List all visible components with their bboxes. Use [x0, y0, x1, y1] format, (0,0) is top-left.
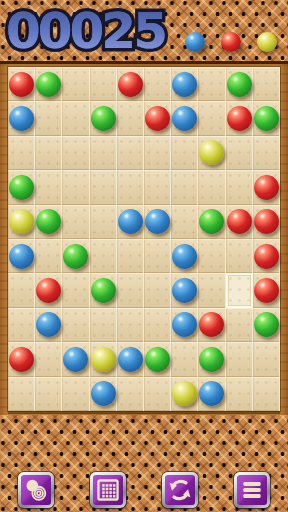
board-cell[interactable] [253, 342, 280, 376]
board-cell[interactable] [144, 101, 171, 135]
board-cell[interactable] [253, 136, 280, 170]
ball-red[interactable] [254, 278, 279, 303]
board-cell[interactable] [171, 273, 198, 307]
ball-red[interactable] [254, 244, 279, 269]
board-cell[interactable] [253, 170, 280, 204]
next-ball-red [221, 32, 241, 52]
board-cell[interactable] [144, 377, 171, 411]
board-cell[interactable] [226, 205, 253, 239]
board-cell[interactable] [117, 205, 144, 239]
board-cell[interactable] [90, 136, 117, 170]
ball-green[interactable] [91, 106, 116, 131]
board-cell[interactable] [253, 205, 280, 239]
board-cell[interactable] [198, 67, 225, 101]
board-cell[interactable] [144, 273, 171, 307]
board-cell[interactable] [90, 67, 117, 101]
board-cell[interactable] [8, 273, 35, 307]
board-frame [0, 61, 288, 415]
board-cell[interactable] [226, 101, 253, 135]
board-cell[interactable] [253, 67, 280, 101]
board-cell[interactable] [144, 308, 171, 342]
next-ball-yellow [257, 32, 277, 52]
board-cell[interactable] [8, 205, 35, 239]
board-cell[interactable] [35, 170, 62, 204]
board-cell[interactable] [144, 67, 171, 101]
menu-button[interactable] [234, 472, 270, 508]
board-cell[interactable] [62, 273, 89, 307]
board-cell[interactable] [35, 377, 62, 411]
board-cell[interactable] [198, 101, 225, 135]
ball-red[interactable] [145, 106, 170, 131]
swap-undo-button[interactable] [162, 472, 198, 508]
board-cell[interactable] [117, 136, 144, 170]
ball-green[interactable] [91, 278, 116, 303]
game-board [8, 67, 280, 411]
score-gradient: 00025 [6, 2, 165, 60]
ball-green[interactable] [9, 175, 34, 200]
highlighted-cell[interactable] [226, 273, 253, 307]
board-cell[interactable] [226, 377, 253, 411]
ball-yellow[interactable] [199, 140, 224, 165]
ball-green[interactable] [36, 72, 61, 97]
ball-green[interactable] [36, 209, 61, 234]
board-cell[interactable] [8, 101, 35, 135]
board-cell[interactable] [62, 377, 89, 411]
ball-green[interactable] [227, 72, 252, 97]
board-cell[interactable] [35, 342, 62, 376]
next-ball-blue [185, 32, 205, 52]
board-cell[interactable] [35, 101, 62, 135]
board-cell[interactable] [171, 170, 198, 204]
board-cell[interactable] [117, 67, 144, 101]
board-cell[interactable] [8, 67, 35, 101]
board-cell[interactable] [117, 239, 144, 273]
ball-blue[interactable] [199, 381, 224, 406]
ball-blue[interactable] [118, 209, 143, 234]
board-cell[interactable] [117, 342, 144, 376]
board-cell[interactable] [35, 136, 62, 170]
lines-game-screen: 00025 00025 00025 [0, 0, 288, 512]
ball-yellow[interactable] [9, 209, 34, 234]
swap-arrows-icon [165, 475, 195, 505]
board-cell[interactable] [90, 170, 117, 204]
board-cell[interactable] [117, 101, 144, 135]
board-cell[interactable] [144, 170, 171, 204]
board-cell[interactable] [226, 170, 253, 204]
board-cell[interactable] [171, 342, 198, 376]
ball-green[interactable] [254, 106, 279, 131]
board-cell[interactable] [62, 239, 89, 273]
board-cell[interactable] [90, 308, 117, 342]
ball-blue[interactable] [145, 209, 170, 234]
board-cell[interactable] [171, 101, 198, 135]
board-cell[interactable] [62, 308, 89, 342]
ball-yellow[interactable] [172, 381, 197, 406]
board-cell[interactable] [90, 205, 117, 239]
ball-green[interactable] [199, 347, 224, 372]
ball-blue[interactable] [9, 106, 34, 131]
board-cell[interactable] [35, 239, 62, 273]
board-cell[interactable] [198, 273, 225, 307]
board-cell[interactable] [198, 342, 225, 376]
ball-red[interactable] [9, 72, 34, 97]
board-cell[interactable] [253, 273, 280, 307]
ball-yellow[interactable] [91, 347, 116, 372]
ball-red[interactable] [9, 347, 34, 372]
board-cell[interactable] [62, 101, 89, 135]
board-cell[interactable] [171, 67, 198, 101]
board-cell[interactable] [8, 377, 35, 411]
ball-blue[interactable] [36, 312, 61, 337]
board-cell[interactable] [62, 205, 89, 239]
ball-red[interactable] [36, 278, 61, 303]
score-display: 00025 00025 00025 [6, 2, 165, 60]
ball-red[interactable] [254, 175, 279, 200]
board-cell[interactable] [198, 205, 225, 239]
ball-green[interactable] [199, 209, 224, 234]
board-cell[interactable] [90, 273, 117, 307]
board-cell[interactable] [198, 170, 225, 204]
ball-blue[interactable] [118, 347, 143, 372]
board-cell[interactable] [144, 205, 171, 239]
board-cell[interactable] [62, 170, 89, 204]
board-cell[interactable] [253, 377, 280, 411]
board-cell[interactable] [8, 170, 35, 204]
grid-icon [93, 475, 123, 505]
ball-green[interactable] [254, 312, 279, 337]
board-cell[interactable] [144, 136, 171, 170]
board-cell[interactable] [171, 205, 198, 239]
ball-red[interactable] [118, 72, 143, 97]
menu-icon [237, 475, 267, 505]
board-cell[interactable] [198, 239, 225, 273]
ball-blue[interactable] [172, 278, 197, 303]
ball-red[interactable] [227, 106, 252, 131]
balls-button[interactable] [18, 472, 54, 508]
ball-blue[interactable] [172, 244, 197, 269]
balls-icon [21, 475, 51, 505]
board-cell[interactable] [171, 239, 198, 273]
board-cell[interactable] [62, 67, 89, 101]
board-cell[interactable] [226, 308, 253, 342]
board-cell[interactable] [117, 273, 144, 307]
ball-blue[interactable] [172, 72, 197, 97]
ball-blue[interactable] [9, 244, 34, 269]
ball-green[interactable] [63, 244, 88, 269]
grid-button[interactable] [90, 472, 126, 508]
board-cell[interactable] [8, 342, 35, 376]
board-cell[interactable] [90, 239, 117, 273]
board-cell[interactable] [35, 308, 62, 342]
board-cell[interactable] [198, 136, 225, 170]
ball-green[interactable] [145, 347, 170, 372]
board-cell[interactable] [253, 308, 280, 342]
ball-blue[interactable] [63, 347, 88, 372]
board-cell[interactable] [226, 342, 253, 376]
board-cell[interactable] [117, 170, 144, 204]
board-cell[interactable] [171, 136, 198, 170]
board-cell[interactable] [90, 342, 117, 376]
board-cell[interactable] [90, 101, 117, 135]
toolbar [0, 415, 288, 512]
board-cell[interactable] [226, 136, 253, 170]
board-cell[interactable] [226, 67, 253, 101]
ball-blue[interactable] [172, 312, 197, 337]
board-cell[interactable] [171, 377, 198, 411]
board-cell[interactable] [8, 239, 35, 273]
ball-red[interactable] [199, 312, 224, 337]
board-cell[interactable] [90, 377, 117, 411]
board-cell[interactable] [253, 101, 280, 135]
board-cell[interactable] [198, 308, 225, 342]
board-cell[interactable] [62, 136, 89, 170]
ball-red[interactable] [227, 209, 252, 234]
board-cell[interactable] [226, 239, 253, 273]
board-cell[interactable] [35, 67, 62, 101]
ball-blue[interactable] [91, 381, 116, 406]
board-cell[interactable] [171, 308, 198, 342]
board-cell[interactable] [144, 342, 171, 376]
board-cell[interactable] [117, 308, 144, 342]
board-cell[interactable] [62, 342, 89, 376]
board-cell[interactable] [8, 308, 35, 342]
next-balls-preview [185, 32, 277, 52]
board-cell[interactable] [144, 239, 171, 273]
board-cell[interactable] [8, 136, 35, 170]
board-cell[interactable] [198, 377, 225, 411]
board-cell[interactable] [35, 273, 62, 307]
board-cell[interactable] [253, 239, 280, 273]
board-cell[interactable] [117, 377, 144, 411]
ball-red[interactable] [254, 209, 279, 234]
ball-blue[interactable] [172, 106, 197, 131]
board-cell[interactable] [35, 205, 62, 239]
